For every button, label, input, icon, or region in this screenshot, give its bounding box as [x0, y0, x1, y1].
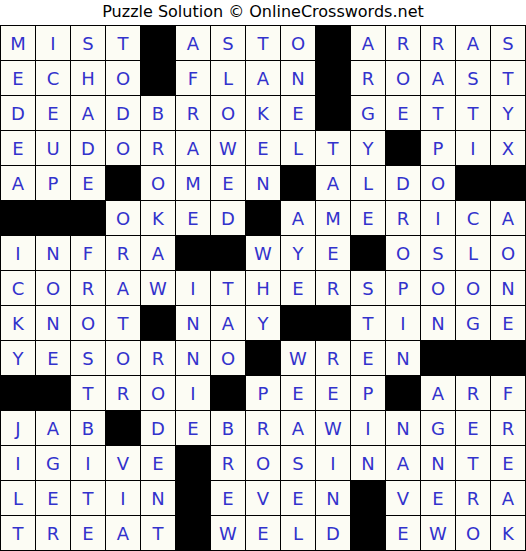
black-cell-r2c5 [141, 61, 175, 95]
grid-cell-r14c3: T [71, 481, 105, 515]
black-cell-r7c7 [211, 236, 245, 270]
grid-cell-r3c9: E [281, 96, 315, 130]
grid-cell-r12c8: R [246, 411, 280, 445]
grid-cell-r6c12: R [386, 201, 420, 235]
grid-cell-r8c5: W [141, 271, 175, 305]
grid-cell-r15c3: E [71, 516, 105, 550]
black-cell-r13c6 [176, 446, 210, 480]
grid-cell-r6c5: K [141, 201, 175, 235]
black-cell-r10c15 [491, 341, 525, 375]
grid-cell-r3c8: K [246, 96, 280, 130]
grid-cell-r5c3: E [71, 166, 105, 200]
grid-cell-r14c4: I [106, 481, 140, 515]
grid-cell-r11c10: E [316, 376, 350, 410]
black-cell-r5c9 [281, 166, 315, 200]
grid-cell-r4c7: W [211, 131, 245, 165]
black-cell-r11c12 [386, 376, 420, 410]
grid-cell-r10c2: E [36, 341, 70, 375]
grid-cell-r15c12: E [386, 516, 420, 550]
grid-cell-r11c4: R [106, 376, 140, 410]
grid-cell-r10c1: Y [1, 341, 35, 375]
grid-cell-r12c5: D [141, 411, 175, 445]
grid-cell-r8c11: S [351, 271, 385, 305]
grid-cell-r10c3: S [71, 341, 105, 375]
grid-cell-r14c13: E [421, 481, 455, 515]
grid-cell-r6c7: D [211, 201, 245, 235]
grid-cell-r8c2: O [36, 271, 70, 305]
grid-cell-r11c8: P [246, 376, 280, 410]
grid-cell-r3c2: E [36, 96, 70, 130]
grid-cell-r15c8: E [246, 516, 280, 550]
grid-cell-r1c14: A [456, 26, 490, 60]
black-cell-r2c10 [316, 61, 350, 95]
grid-cell-r9c8: Y [246, 306, 280, 340]
grid-cell-r3c14: T [456, 96, 490, 130]
grid-cell-r7c10: E [316, 236, 350, 270]
grid-cell-r1c12: R [386, 26, 420, 60]
black-cell-r5c14 [456, 166, 490, 200]
grid-cell-r5c1: A [1, 166, 35, 200]
crossword-grid: MISTASTOARRASECHOFLANROASTDEADBROKEGETTY… [0, 25, 526, 551]
black-cell-r7c6 [176, 236, 210, 270]
black-cell-r11c1 [1, 376, 35, 410]
grid-cell-r5c2: P [36, 166, 70, 200]
grid-cell-r14c12: V [386, 481, 420, 515]
grid-cell-r2c15: T [491, 61, 525, 95]
grid-cell-r8c13: O [421, 271, 455, 305]
grid-cell-r11c9: E [281, 376, 315, 410]
grid-cell-r10c7: O [211, 341, 245, 375]
grid-cell-r14c9: E [281, 481, 315, 515]
grid-cell-r9c12: I [386, 306, 420, 340]
black-cell-r6c1 [1, 201, 35, 235]
grid-cell-r13c5: E [141, 446, 175, 480]
grid-cell-r10c11: E [351, 341, 385, 375]
grid-cell-r6c14: C [456, 201, 490, 235]
grid-cell-r13c2: G [36, 446, 70, 480]
grid-cell-r12c3: B [71, 411, 105, 445]
grid-cell-r1c11: A [351, 26, 385, 60]
grid-cell-r4c1: E [1, 131, 35, 165]
grid-cell-r11c6: I [176, 376, 210, 410]
grid-cell-r5c5: O [141, 166, 175, 200]
black-cell-r12c4 [106, 411, 140, 445]
black-cell-r15c11 [351, 516, 385, 550]
grid-cell-r3c6: R [176, 96, 210, 130]
grid-cell-r11c3: T [71, 376, 105, 410]
black-cell-r6c2 [36, 201, 70, 235]
grid-cell-r1c2: I [36, 26, 70, 60]
grid-cell-r2c4: O [106, 61, 140, 95]
black-cell-r4c12 [386, 131, 420, 165]
grid-cell-r9c2: N [36, 306, 70, 340]
grid-cell-r15c13: W [421, 516, 455, 550]
grid-cell-r1c4: T [106, 26, 140, 60]
grid-cell-r5c7: E [211, 166, 245, 200]
black-cell-r14c6 [176, 481, 210, 515]
grid-cell-r11c5: O [141, 376, 175, 410]
grid-cell-r12c2: A [36, 411, 70, 445]
grid-cell-r13c3: I [71, 446, 105, 480]
grid-cell-r10c6: N [176, 341, 210, 375]
grid-cell-r7c12: O [386, 236, 420, 270]
grid-cell-r2c13: A [421, 61, 455, 95]
grid-cell-r15c2: R [36, 516, 70, 550]
grid-cell-r10c4: O [106, 341, 140, 375]
grid-cell-r3c12: E [386, 96, 420, 130]
grid-cell-r4c11: Y [351, 131, 385, 165]
grid-cell-r8c4: A [106, 271, 140, 305]
grid-cell-r13c1: I [1, 446, 35, 480]
grid-cell-r11c13: A [421, 376, 455, 410]
black-cell-r9c5 [141, 306, 175, 340]
grid-cell-r15c14: O [456, 516, 490, 550]
grid-cell-r4c15: X [491, 131, 525, 165]
grid-cell-r7c2: N [36, 236, 70, 270]
grid-cell-r3c5: B [141, 96, 175, 130]
grid-cell-r8c1: C [1, 271, 35, 305]
grid-cell-r5c11: L [351, 166, 385, 200]
grid-cell-r7c14: L [456, 236, 490, 270]
grid-cell-r5c6: M [176, 166, 210, 200]
black-cell-r10c13 [421, 341, 455, 375]
grid-cell-r11c14: R [456, 376, 490, 410]
grid-cell-r2c7: L [211, 61, 245, 95]
grid-cell-r12c9: A [281, 411, 315, 445]
grid-cell-r6c4: O [106, 201, 140, 235]
grid-cell-r12c1: J [1, 411, 35, 445]
black-cell-r9c10 [316, 306, 350, 340]
grid-cell-r8c14: O [456, 271, 490, 305]
grid-cell-r1c13: R [421, 26, 455, 60]
puzzle-solution-page: Puzzle Solution © OnlineCrosswords.net M… [0, 0, 526, 551]
grid-cell-r15c1: T [1, 516, 35, 550]
grid-cell-r8c3: R [71, 271, 105, 305]
grid-cell-r12c14: E [456, 411, 490, 445]
grid-cell-r12c15: R [491, 411, 525, 445]
grid-cell-r2c11: R [351, 61, 385, 95]
grid-cell-r4c6: A [176, 131, 210, 165]
grid-cell-r2c6: F [176, 61, 210, 95]
grid-cell-r1c1: M [1, 26, 35, 60]
grid-cell-r7c3: F [71, 236, 105, 270]
grid-cell-r5c8: N [246, 166, 280, 200]
black-cell-r15c6 [176, 516, 210, 550]
grid-cell-r1c6: A [176, 26, 210, 60]
grid-cell-r13c10: I [316, 446, 350, 480]
grid-cell-r9c13: N [421, 306, 455, 340]
grid-cell-r2c8: A [246, 61, 280, 95]
grid-cell-r12c10: W [316, 411, 350, 445]
grid-cell-r6c9: A [281, 201, 315, 235]
grid-cell-r4c2: U [36, 131, 70, 165]
grid-cell-r3c3: A [71, 96, 105, 130]
black-cell-r6c3 [71, 201, 105, 235]
grid-cell-r9c7: A [211, 306, 245, 340]
grid-cell-r10c12: N [386, 341, 420, 375]
grid-cell-r12c11: I [351, 411, 385, 445]
grid-cell-r3c13: T [421, 96, 455, 130]
grid-cell-r4c8: E [246, 131, 280, 165]
grid-cell-r12c12: N [386, 411, 420, 445]
grid-cell-r9c1: K [1, 306, 35, 340]
grid-cell-r15c15: K [491, 516, 525, 550]
grid-cell-r13c12: A [386, 446, 420, 480]
grid-cell-r10c5: R [141, 341, 175, 375]
black-cell-r11c7 [211, 376, 245, 410]
grid-cell-r11c15: F [491, 376, 525, 410]
grid-cell-r15c10: D [316, 516, 350, 550]
grid-cell-r6c13: I [421, 201, 455, 235]
black-cell-r10c14 [456, 341, 490, 375]
grid-cell-r1c7: S [211, 26, 245, 60]
grid-cell-r12c7: B [211, 411, 245, 445]
black-cell-r6c8 [246, 201, 280, 235]
grid-cell-r6c10: M [316, 201, 350, 235]
grid-cell-r8c12: P [386, 271, 420, 305]
grid-cell-r2c3: H [71, 61, 105, 95]
grid-cell-r14c14: R [456, 481, 490, 515]
grid-cell-r9c4: T [106, 306, 140, 340]
grid-cell-r9c15: E [491, 306, 525, 340]
grid-cell-r5c10: A [316, 166, 350, 200]
grid-cell-r5c13: O [421, 166, 455, 200]
grid-cell-r6c6: E [176, 201, 210, 235]
grid-cell-r3c15: Y [491, 96, 525, 130]
grid-cell-r13c7: R [211, 446, 245, 480]
grid-cell-r12c6: E [176, 411, 210, 445]
grid-cell-r11c11: P [351, 376, 385, 410]
grid-cell-r15c4: A [106, 516, 140, 550]
grid-cell-r13c9: S [281, 446, 315, 480]
grid-cell-r2c2: C [36, 61, 70, 95]
black-cell-r10c8 [246, 341, 280, 375]
grid-cell-r13c14: T [456, 446, 490, 480]
grid-cell-r13c11: N [351, 446, 385, 480]
grid-cell-r12c13: G [421, 411, 455, 445]
grid-cell-r8c6: I [176, 271, 210, 305]
grid-cell-r14c15: A [491, 481, 525, 515]
black-cell-r9c9 [281, 306, 315, 340]
grid-cell-r2c1: E [1, 61, 35, 95]
grid-cell-r15c9: L [281, 516, 315, 550]
grid-cell-r2c12: O [386, 61, 420, 95]
grid-cell-r6c15: A [491, 201, 525, 235]
grid-cell-r7c8: W [246, 236, 280, 270]
grid-cell-r13c15: E [491, 446, 525, 480]
page-title: Puzzle Solution © OnlineCrosswords.net [0, 0, 526, 25]
grid-cell-r6c11: E [351, 201, 385, 235]
grid-cell-r1c9: O [281, 26, 315, 60]
grid-cell-r7c4: R [106, 236, 140, 270]
grid-cell-r14c2: E [36, 481, 70, 515]
grid-cell-r7c9: Y [281, 236, 315, 270]
grid-cell-r3c4: D [106, 96, 140, 130]
grid-cell-r4c10: T [316, 131, 350, 165]
grid-cell-r2c14: S [456, 61, 490, 95]
grid-cell-r2c9: N [281, 61, 315, 95]
grid-cell-r1c8: T [246, 26, 280, 60]
grid-cell-r4c14: I [456, 131, 490, 165]
grid-cell-r7c15: O [491, 236, 525, 270]
black-cell-r7c11 [351, 236, 385, 270]
grid-cell-r14c1: L [1, 481, 35, 515]
black-cell-r1c10 [316, 26, 350, 60]
grid-cell-r14c7: E [211, 481, 245, 515]
grid-cell-r8c15: N [491, 271, 525, 305]
grid-cell-r1c3: S [71, 26, 105, 60]
grid-cell-r13c4: V [106, 446, 140, 480]
grid-cell-r8c8: H [246, 271, 280, 305]
grid-cell-r9c14: G [456, 306, 490, 340]
grid-cell-r4c4: O [106, 131, 140, 165]
grid-cell-r8c10: R [316, 271, 350, 305]
grid-cell-r13c8: O [246, 446, 280, 480]
grid-cell-r7c13: S [421, 236, 455, 270]
grid-cell-r3c7: O [211, 96, 245, 130]
grid-cell-r7c5: A [141, 236, 175, 270]
grid-cell-r4c5: R [141, 131, 175, 165]
grid-cell-r3c11: G [351, 96, 385, 130]
black-cell-r14c11 [351, 481, 385, 515]
grid-cell-r10c9: W [281, 341, 315, 375]
grid-cell-r5c12: D [386, 166, 420, 200]
grid-cell-r4c13: P [421, 131, 455, 165]
grid-cell-r14c5: N [141, 481, 175, 515]
grid-cell-r14c8: V [246, 481, 280, 515]
grid-cell-r14c10: N [316, 481, 350, 515]
grid-cell-r4c9: L [281, 131, 315, 165]
grid-cell-r9c11: T [351, 306, 385, 340]
grid-cell-r10c10: R [316, 341, 350, 375]
grid-cell-r9c6: N [176, 306, 210, 340]
black-cell-r3c10 [316, 96, 350, 130]
grid-cell-r15c5: T [141, 516, 175, 550]
grid-cell-r8c9: E [281, 271, 315, 305]
black-cell-r5c15 [491, 166, 525, 200]
grid-cell-r9c3: O [71, 306, 105, 340]
black-cell-r1c5 [141, 26, 175, 60]
grid-cell-r4c3: D [71, 131, 105, 165]
grid-cell-r8c7: T [211, 271, 245, 305]
grid-cell-r1c15: S [491, 26, 525, 60]
black-cell-r11c2 [36, 376, 70, 410]
grid-cell-r13c13: N [421, 446, 455, 480]
grid-cell-r3c1: D [1, 96, 35, 130]
black-cell-r5c4 [106, 166, 140, 200]
grid-cell-r7c1: I [1, 236, 35, 270]
grid-cell-r15c7: W [211, 516, 245, 550]
